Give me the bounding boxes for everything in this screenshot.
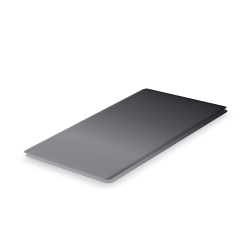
product-photo bbox=[0, 0, 250, 250]
